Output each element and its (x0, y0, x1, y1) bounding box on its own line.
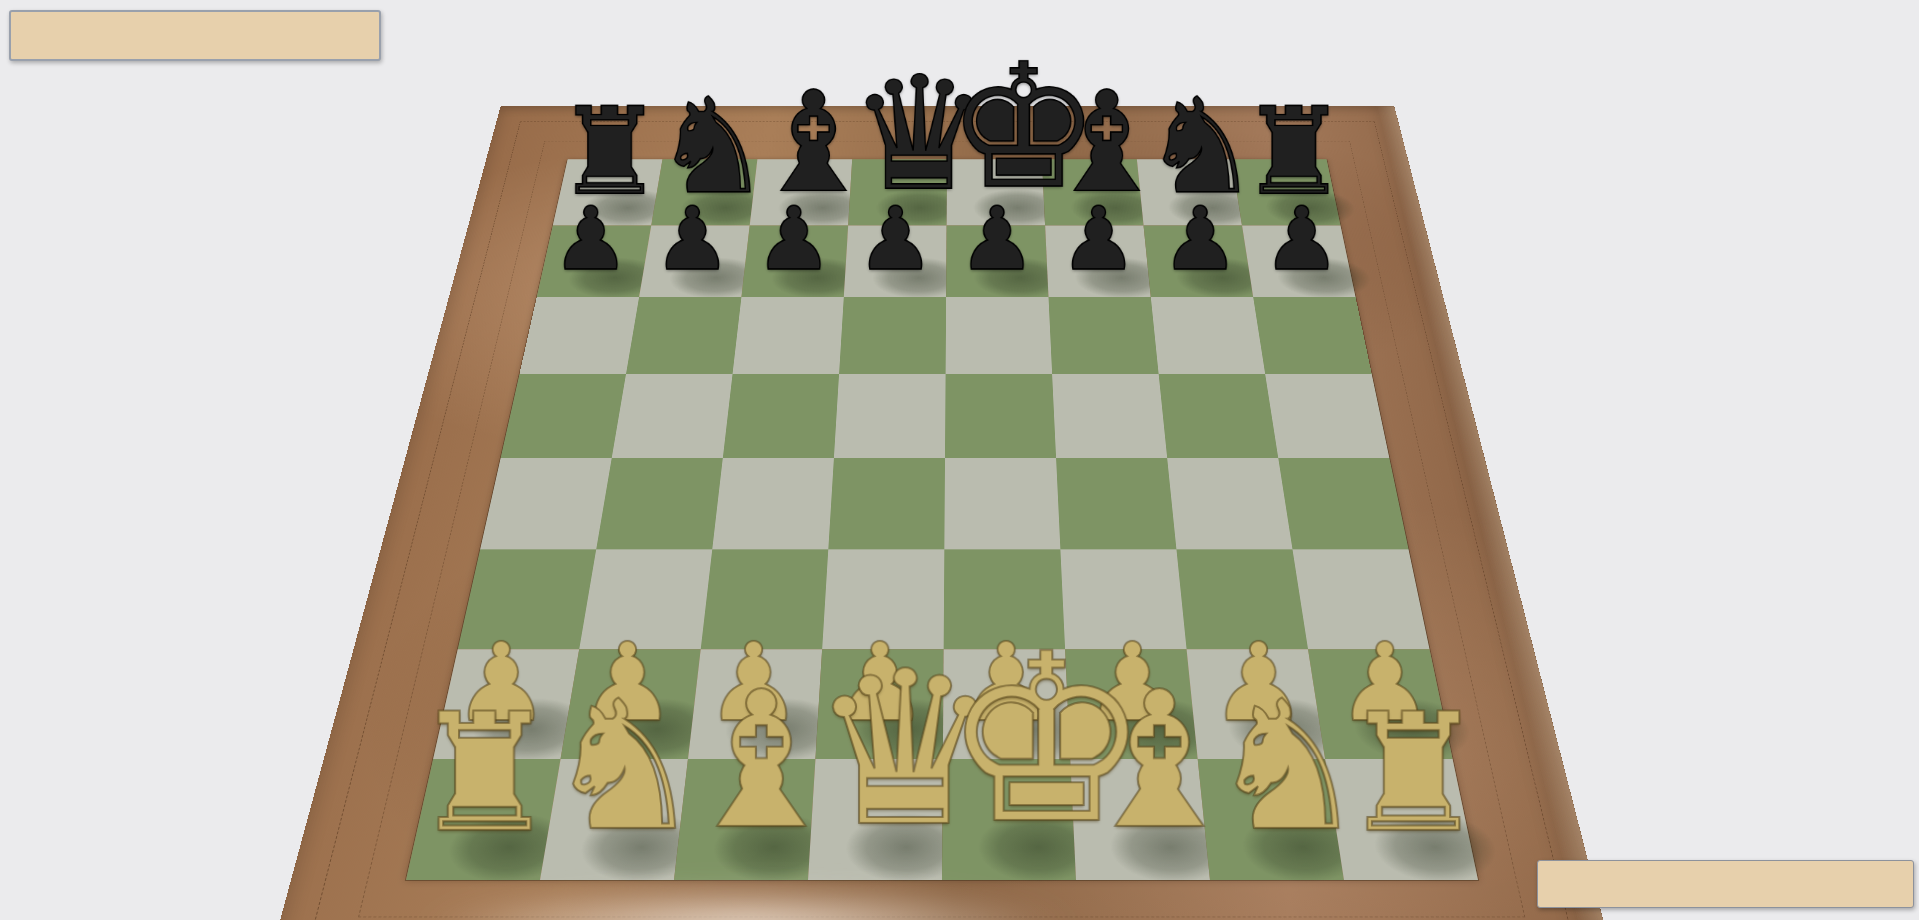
piece-white-knight-b1[interactable]: ♞ (544, 677, 677, 855)
square-a4[interactable] (480, 458, 612, 549)
square-f5[interactable] (1052, 374, 1167, 458)
square-b5[interactable] (612, 374, 733, 458)
piece-black-pawn-d7[interactable]: ♟ (845, 195, 947, 282)
square-c4[interactable] (712, 458, 834, 549)
square-d1[interactable]: ♛ (808, 759, 943, 880)
square-b4[interactable] (596, 458, 723, 549)
square-g4[interactable] (1167, 458, 1292, 549)
piece-white-bishop-c1[interactable]: ♝ (677, 667, 810, 855)
square-g5[interactable] (1159, 374, 1279, 458)
piece-black-pawn-a7[interactable]: ♟ (540, 195, 642, 282)
square-d5[interactable] (834, 374, 946, 458)
player-panel-top-left[interactable] (9, 10, 381, 61)
piece-black-pawn-f7[interactable]: ♟ (1048, 195, 1150, 282)
square-e6[interactable] (946, 297, 1053, 374)
square-c6[interactable] (733, 297, 844, 374)
square-a6[interactable] (519, 297, 639, 374)
square-f1[interactable]: ♝ (1070, 759, 1210, 880)
square-b7[interactable]: ♟ (639, 225, 750, 296)
player-panel-bottom-right[interactable] (1537, 860, 1914, 908)
square-a5[interactable] (501, 374, 626, 458)
square-e7[interactable]: ♟ (946, 225, 1048, 296)
piece-black-pawn-e7[interactable]: ♟ (946, 195, 1048, 282)
square-g7[interactable]: ♟ (1144, 225, 1254, 296)
square-d4[interactable] (828, 458, 945, 549)
piece-white-knight-g1[interactable]: ♞ (1208, 677, 1341, 855)
piece-black-pawn-b7[interactable]: ♟ (642, 195, 744, 282)
square-e5[interactable] (945, 374, 1056, 458)
board-squares: ♜♞♝♛♚♝♞♜♟♟♟♟♟♟♟♟♟♟♟♟♟♟♟♟♜♞♝♛♚♝♞♜ (406, 159, 1478, 880)
square-c5[interactable] (723, 374, 839, 458)
piece-white-king-e1[interactable]: ♚ (942, 623, 1075, 856)
square-c1[interactable]: ♝ (674, 759, 815, 880)
square-f4[interactable] (1056, 458, 1176, 549)
square-b1[interactable]: ♞ (540, 759, 688, 880)
square-g6[interactable] (1151, 297, 1265, 374)
piece-black-pawn-c7[interactable]: ♟ (743, 195, 845, 282)
chess-scene: ♜♞♝♛♚♝♞♜♟♟♟♟♟♟♟♟♟♟♟♟♟♟♟♟♜♞♝♛♚♝♞♜ (0, 0, 1919, 920)
piece-black-pawn-g7[interactable]: ♟ (1149, 195, 1251, 282)
piece-white-rook-a1[interactable]: ♜ (411, 692, 544, 855)
piece-black-king-e8[interactable]: ♚ (947, 41, 1045, 212)
piece-white-rook-h1[interactable]: ♜ (1340, 692, 1473, 855)
square-h6[interactable] (1253, 297, 1372, 374)
square-f6[interactable] (1048, 297, 1158, 374)
piece-white-queen-d1[interactable]: ♛ (810, 643, 943, 856)
square-h7[interactable]: ♟ (1242, 225, 1355, 296)
piece-black-pawn-h7[interactable]: ♟ (1251, 195, 1353, 282)
square-d6[interactable] (839, 297, 946, 374)
piece-white-bishop-f1[interactable]: ♝ (1075, 667, 1208, 855)
square-e1[interactable]: ♚ (942, 759, 1076, 880)
square-h4[interactable] (1278, 458, 1408, 549)
square-a7[interactable]: ♟ (537, 225, 651, 296)
board-front-sheen (411, 885, 1074, 920)
square-f7[interactable]: ♟ (1045, 225, 1151, 296)
square-h5[interactable] (1265, 374, 1389, 458)
square-a1[interactable]: ♜ (406, 759, 561, 880)
square-c7[interactable]: ♟ (741, 225, 848, 296)
square-h1[interactable]: ♜ (1325, 759, 1478, 880)
chess-board-frame: ♜♞♝♛♚♝♞♜♟♟♟♟♟♟♟♟♟♟♟♟♟♟♟♟♜♞♝♛♚♝♞♜ (260, 106, 1622, 920)
square-d7[interactable]: ♟ (844, 225, 947, 296)
square-g1[interactable]: ♞ (1198, 759, 1344, 880)
square-e4[interactable] (944, 458, 1060, 549)
square-b6[interactable] (626, 297, 741, 374)
